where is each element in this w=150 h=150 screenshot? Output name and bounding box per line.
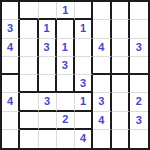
cell-r1c8[interactable] [130, 2, 148, 20]
cell-r8c8[interactable] [130, 130, 148, 148]
cell-r4c6[interactable] [93, 57, 111, 75]
given-digit: 4 [7, 96, 13, 107]
cell-r8c6[interactable] [93, 130, 111, 148]
cell-r3c2[interactable] [20, 39, 38, 57]
given-digit: 3 [44, 42, 50, 53]
cell-r7c4[interactable]: 2 [57, 112, 75, 130]
cell-r8c7[interactable] [112, 130, 130, 148]
cell-r7c8[interactable]: 3 [130, 112, 148, 130]
given-digit: 2 [136, 96, 142, 107]
cell-r2c5[interactable]: 1 [75, 20, 93, 38]
cell-r7c3[interactable] [39, 112, 57, 130]
given-digit: 3 [62, 60, 68, 71]
given-digit: 3 [98, 96, 104, 107]
given-digit: 1 [62, 42, 68, 53]
cell-r1c2[interactable] [20, 2, 38, 20]
cell-r6c1[interactable]: 4 [2, 93, 20, 111]
cell-r2c3[interactable]: 1 [39, 20, 57, 38]
cell-r3c3[interactable]: 3 [39, 39, 57, 57]
cell-r2c7[interactable] [112, 20, 130, 38]
cell-r8c1[interactable] [2, 130, 20, 148]
given-digit: 1 [80, 23, 86, 34]
cell-r4c5[interactable] [75, 57, 93, 75]
cell-r5c1[interactable] [2, 75, 20, 93]
cell-r6c6[interactable]: 3 [93, 93, 111, 111]
cell-r4c1[interactable] [2, 57, 20, 75]
cell-r4c4[interactable]: 3 [57, 57, 75, 75]
cell-r7c7[interactable] [112, 112, 130, 130]
cell-r7c5[interactable] [75, 112, 93, 130]
given-digit: 1 [80, 96, 86, 107]
puzzle-board: 13114314333431322434 [0, 0, 150, 150]
cell-r8c4[interactable] [57, 130, 75, 148]
given-digit: 3 [136, 42, 142, 53]
given-digit: 3 [80, 78, 86, 89]
cell-r5c4[interactable] [57, 75, 75, 93]
cell-r1c6[interactable] [93, 2, 111, 20]
cell-r6c5[interactable]: 1 [75, 93, 93, 111]
cell-r3c4[interactable]: 1 [57, 39, 75, 57]
cell-r2c6[interactable] [93, 20, 111, 38]
given-digit: 3 [136, 115, 142, 126]
cell-r6c4[interactable] [57, 93, 75, 111]
cell-r1c4[interactable]: 1 [57, 2, 75, 20]
cell-r3c6[interactable]: 4 [93, 39, 111, 57]
cell-r3c7[interactable] [112, 39, 130, 57]
cell-r7c2[interactable] [20, 112, 38, 130]
given-digit: 3 [44, 96, 50, 107]
cell-r6c2[interactable] [20, 93, 38, 111]
cell-r2c8[interactable] [130, 20, 148, 38]
cell-r7c1[interactable] [2, 112, 20, 130]
cell-r1c5[interactable] [75, 2, 93, 20]
given-digit: 1 [44, 23, 50, 34]
cell-r2c1[interactable]: 3 [2, 20, 20, 38]
given-digit: 3 [7, 23, 13, 34]
given-digit: 4 [98, 115, 104, 126]
cell-r6c8[interactable]: 2 [130, 93, 148, 111]
given-digit: 4 [98, 42, 104, 53]
cell-r4c7[interactable] [112, 57, 130, 75]
cell-r4c3[interactable] [39, 57, 57, 75]
cell-r5c5[interactable]: 3 [75, 75, 93, 93]
cell-r2c2[interactable] [20, 20, 38, 38]
cell-r3c5[interactable] [75, 39, 93, 57]
cell-r1c1[interactable] [2, 2, 20, 20]
cell-r5c3[interactable] [39, 75, 57, 93]
cell-r7c6[interactable]: 4 [93, 112, 111, 130]
cell-r5c8[interactable] [130, 75, 148, 93]
cell-r1c3[interactable] [39, 2, 57, 20]
cell-r3c8[interactable]: 3 [130, 39, 148, 57]
cell-r4c2[interactable] [20, 57, 38, 75]
given-digit: 2 [62, 114, 68, 125]
given-digit: 4 [80, 133, 86, 144]
given-digit: 4 [7, 42, 13, 53]
cell-r2c4[interactable] [57, 20, 75, 38]
cell-r8c2[interactable] [20, 130, 38, 148]
cell-r5c6[interactable] [93, 75, 111, 93]
cell-r8c3[interactable] [39, 130, 57, 148]
given-digit: 1 [62, 5, 68, 16]
cell-r1c7[interactable] [112, 2, 130, 20]
cell-r5c2[interactable] [20, 75, 38, 93]
cell-r6c3[interactable]: 3 [39, 93, 57, 111]
cell-r3c1[interactable]: 4 [2, 39, 20, 57]
cell-r8c5[interactable]: 4 [75, 130, 93, 148]
cell-r5c7[interactable] [112, 75, 130, 93]
cell-r6c7[interactable] [112, 93, 130, 111]
cell-r4c8[interactable] [130, 57, 148, 75]
